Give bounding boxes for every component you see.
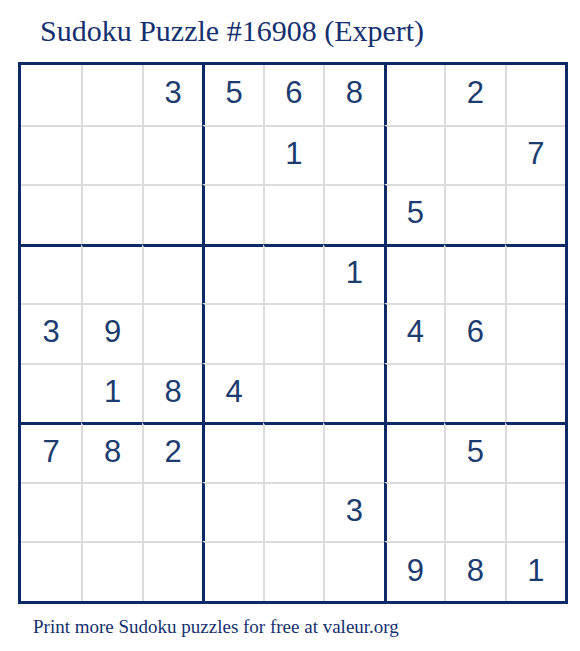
cell-r9c3[interactable] [142,541,202,601]
cell-r6c6[interactable] [323,363,383,423]
cell-r1c5[interactable]: 6 [263,65,323,125]
cell-r3c2[interactable] [81,184,141,244]
cell-r4c5[interactable] [263,244,323,304]
page-title: Sudoku Puzzle #16908 (Expert) [40,14,424,48]
cell-r5c5[interactable] [263,303,323,363]
cell-r7c6[interactable] [323,422,383,482]
cell-r8c1[interactable] [21,482,81,542]
cell-r2c6[interactable] [323,125,383,185]
cell-r9c2[interactable] [81,541,141,601]
cell-r8c8[interactable] [444,482,504,542]
cell-r6c5[interactable] [263,363,323,423]
cell-r4c3[interactable] [142,244,202,304]
cell-r1c6[interactable]: 8 [323,65,383,125]
cell-r6c4[interactable]: 4 [202,363,262,423]
cell-r3c3[interactable] [142,184,202,244]
cell-r4c6[interactable]: 1 [323,244,383,304]
cell-r8c3[interactable] [142,482,202,542]
cell-r7c4[interactable] [202,422,262,482]
cell-r5c3[interactable] [142,303,202,363]
cell-r1c1[interactable] [21,65,81,125]
cell-r1c4[interactable]: 5 [202,65,262,125]
cell-r8c2[interactable] [81,482,141,542]
sudoku-grid: 356821751394618478253981 [18,62,568,604]
cell-r9c8[interactable]: 8 [444,541,504,601]
cell-r2c3[interactable] [142,125,202,185]
cell-r9c6[interactable] [323,541,383,601]
cell-r1c9[interactable] [505,65,565,125]
cell-r3c1[interactable] [21,184,81,244]
cell-r6c3[interactable]: 8 [142,363,202,423]
cell-r6c8[interactable] [444,363,504,423]
cell-r3c5[interactable] [263,184,323,244]
cell-r5c2[interactable]: 9 [81,303,141,363]
cell-r4c1[interactable] [21,244,81,304]
cell-r7c2[interactable]: 8 [81,422,141,482]
cell-r2c9[interactable]: 7 [505,125,565,185]
cell-r1c7[interactable] [384,65,444,125]
cell-r1c3[interactable]: 3 [142,65,202,125]
cell-r8c7[interactable] [384,482,444,542]
footer-text: Print more Sudoku puzzles for free at va… [33,616,399,638]
cell-r9c4[interactable] [202,541,262,601]
cell-r5c9[interactable] [505,303,565,363]
cell-r1c8[interactable]: 2 [444,65,504,125]
cell-r3c6[interactable] [323,184,383,244]
cell-r8c6[interactable]: 3 [323,482,383,542]
cell-r5c1[interactable]: 3 [21,303,81,363]
cell-r5c7[interactable]: 4 [384,303,444,363]
cell-r2c1[interactable] [21,125,81,185]
cell-r6c2[interactable]: 1 [81,363,141,423]
cell-r3c9[interactable] [505,184,565,244]
cell-r2c8[interactable] [444,125,504,185]
cell-r5c4[interactable] [202,303,262,363]
cell-r1c2[interactable] [81,65,141,125]
cell-r3c7[interactable]: 5 [384,184,444,244]
cell-r4c7[interactable] [384,244,444,304]
cell-r2c4[interactable] [202,125,262,185]
cell-r3c8[interactable] [444,184,504,244]
cell-r6c1[interactable] [21,363,81,423]
sudoku-print-page: Sudoku Puzzle #16908 (Expert) 3568217513… [0,0,580,651]
cell-r4c9[interactable] [505,244,565,304]
cell-r8c5[interactable] [263,482,323,542]
cell-r7c8[interactable]: 5 [444,422,504,482]
cell-r5c8[interactable]: 6 [444,303,504,363]
cell-r2c2[interactable] [81,125,141,185]
cell-r7c5[interactable] [263,422,323,482]
cell-r4c8[interactable] [444,244,504,304]
cell-r7c3[interactable]: 2 [142,422,202,482]
cell-r9c5[interactable] [263,541,323,601]
cell-r9c1[interactable] [21,541,81,601]
cell-r4c4[interactable] [202,244,262,304]
cell-r8c4[interactable] [202,482,262,542]
cell-r9c7[interactable]: 9 [384,541,444,601]
cell-r4c2[interactable] [81,244,141,304]
cell-r9c9[interactable]: 1 [505,541,565,601]
cell-r6c9[interactable] [505,363,565,423]
cell-r2c5[interactable]: 1 [263,125,323,185]
cell-r3c4[interactable] [202,184,262,244]
cell-r6c7[interactable] [384,363,444,423]
cell-r7c7[interactable] [384,422,444,482]
cell-r8c9[interactable] [505,482,565,542]
cell-r7c9[interactable] [505,422,565,482]
cell-r5c6[interactable] [323,303,383,363]
cell-r2c7[interactable] [384,125,444,185]
cell-r7c1[interactable]: 7 [21,422,81,482]
